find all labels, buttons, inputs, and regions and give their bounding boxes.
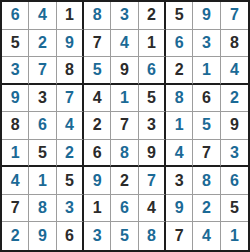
cell-r5c7[interactable]: 1 xyxy=(166,112,193,140)
cell-r2c7[interactable]: 6 xyxy=(166,30,193,58)
cell-r9c4[interactable]: 3 xyxy=(84,222,111,250)
cell-r4c1[interactable]: 9 xyxy=(2,85,29,113)
cell-r2c1[interactable]: 5 xyxy=(2,30,29,58)
cell-r8c8[interactable]: 2 xyxy=(193,195,220,223)
cell-r3c6[interactable]: 6 xyxy=(139,57,166,85)
cell-r6c8[interactable]: 7 xyxy=(193,140,220,168)
cell-r3c5[interactable]: 9 xyxy=(111,57,138,85)
cell-r5c5[interactable]: 7 xyxy=(111,112,138,140)
cell-r5c8[interactable]: 5 xyxy=(193,112,220,140)
cell-r5c3[interactable]: 4 xyxy=(57,112,84,140)
cell-r4c8[interactable]: 6 xyxy=(193,85,220,113)
cell-r3c3[interactable]: 8 xyxy=(57,57,84,85)
cell-r2c9[interactable]: 8 xyxy=(221,30,248,58)
cell-r4c4[interactable]: 4 xyxy=(84,85,111,113)
cell-r6c3[interactable]: 2 xyxy=(57,140,84,168)
cell-r4c7[interactable]: 8 xyxy=(166,85,193,113)
cell-r5c6[interactable]: 3 xyxy=(139,112,166,140)
cell-r2c4[interactable]: 7 xyxy=(84,30,111,58)
cell-r7c6[interactable]: 7 xyxy=(139,167,166,195)
cell-r9c3[interactable]: 6 xyxy=(57,222,84,250)
cell-r4c3[interactable]: 7 xyxy=(57,85,84,113)
cell-r3c4[interactable]: 5 xyxy=(84,57,111,85)
cell-r7c2[interactable]: 1 xyxy=(29,167,56,195)
cell-r5c2[interactable]: 6 xyxy=(29,112,56,140)
cell-r9c2[interactable]: 9 xyxy=(29,222,56,250)
cell-r1c1[interactable]: 6 xyxy=(2,2,29,30)
cell-r8c5[interactable]: 6 xyxy=(111,195,138,223)
cell-r7c3[interactable]: 5 xyxy=(57,167,84,195)
cell-r4c9[interactable]: 2 xyxy=(221,85,248,113)
cell-r1c2[interactable]: 4 xyxy=(29,2,56,30)
cell-r2c5[interactable]: 4 xyxy=(111,30,138,58)
cell-r2c2[interactable]: 2 xyxy=(29,30,56,58)
cell-r7c9[interactable]: 6 xyxy=(221,167,248,195)
cell-r6c2[interactable]: 5 xyxy=(29,140,56,168)
cell-r1c5[interactable]: 3 xyxy=(111,2,138,30)
cell-r8c9[interactable]: 5 xyxy=(221,195,248,223)
cell-r1c8[interactable]: 9 xyxy=(193,2,220,30)
cell-r8c6[interactable]: 4 xyxy=(139,195,166,223)
cell-r6c7[interactable]: 4 xyxy=(166,140,193,168)
cell-r3c9[interactable]: 4 xyxy=(221,57,248,85)
cell-r8c4[interactable]: 1 xyxy=(84,195,111,223)
cell-r2c8[interactable]: 3 xyxy=(193,30,220,58)
cell-r5c1[interactable]: 8 xyxy=(2,112,29,140)
cell-r3c7[interactable]: 2 xyxy=(166,57,193,85)
cell-r7c7[interactable]: 3 xyxy=(166,167,193,195)
cell-r8c1[interactable]: 7 xyxy=(2,195,29,223)
cell-r3c8[interactable]: 1 xyxy=(193,57,220,85)
cell-r4c5[interactable]: 1 xyxy=(111,85,138,113)
cell-r8c7[interactable]: 9 xyxy=(166,195,193,223)
cell-r1c4[interactable]: 8 xyxy=(84,2,111,30)
cell-r6c5[interactable]: 8 xyxy=(111,140,138,168)
cell-r8c2[interactable]: 8 xyxy=(29,195,56,223)
cell-r7c1[interactable]: 4 xyxy=(2,167,29,195)
cell-r7c4[interactable]: 9 xyxy=(84,167,111,195)
cell-r1c3[interactable]: 1 xyxy=(57,2,84,30)
cell-r3c2[interactable]: 7 xyxy=(29,57,56,85)
cell-r5c4[interactable]: 2 xyxy=(84,112,111,140)
cell-r2c3[interactable]: 9 xyxy=(57,30,84,58)
cell-r9c5[interactable]: 5 xyxy=(111,222,138,250)
cell-r9c1[interactable]: 2 xyxy=(2,222,29,250)
cell-r6c6[interactable]: 9 xyxy=(139,140,166,168)
cell-r9c7[interactable]: 7 xyxy=(166,222,193,250)
cell-r2c6[interactable]: 1 xyxy=(139,30,166,58)
cell-r9c8[interactable]: 4 xyxy=(193,222,220,250)
cell-r8c3[interactable]: 3 xyxy=(57,195,84,223)
cell-r4c6[interactable]: 5 xyxy=(139,85,166,113)
cell-r6c9[interactable]: 3 xyxy=(221,140,248,168)
cell-r4c2[interactable]: 3 xyxy=(29,85,56,113)
cell-r7c5[interactable]: 2 xyxy=(111,167,138,195)
cell-r6c1[interactable]: 1 xyxy=(2,140,29,168)
cell-r9c9[interactable]: 1 xyxy=(221,222,248,250)
cell-r1c7[interactable]: 5 xyxy=(166,2,193,30)
cell-r3c1[interactable]: 3 xyxy=(2,57,29,85)
cell-r7c8[interactable]: 8 xyxy=(193,167,220,195)
cell-r9c6[interactable]: 8 xyxy=(139,222,166,250)
cell-r1c6[interactable]: 2 xyxy=(139,2,166,30)
sudoku-board: 6418325975297416383785962149374158628642… xyxy=(0,0,250,252)
cell-r5c9[interactable]: 9 xyxy=(221,112,248,140)
cell-r1c9[interactable]: 7 xyxy=(221,2,248,30)
cell-r6c4[interactable]: 6 xyxy=(84,140,111,168)
